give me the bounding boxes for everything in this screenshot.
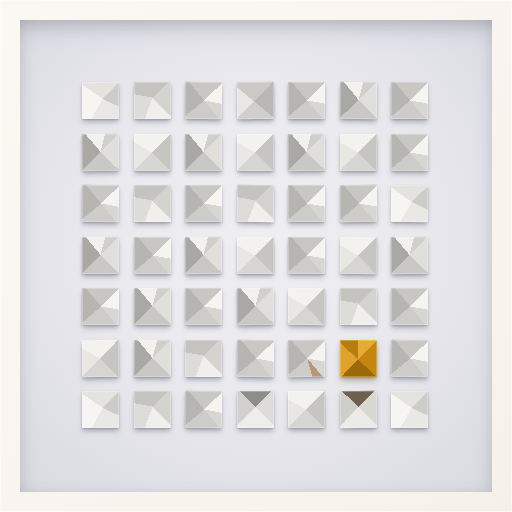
silver-stud-r7c1 [82, 391, 119, 428]
silver-stud-r2c6 [340, 134, 377, 171]
silver-stud-r7c5 [288, 391, 325, 428]
silver-stud-r2c2 [133, 133, 170, 170]
silver-stud-r1c5 [288, 82, 325, 119]
silver-stud-r7c4 [237, 391, 274, 428]
silver-stud-r5c1 [82, 288, 119, 325]
silver-stud-r6c4 [236, 339, 273, 376]
silver-stud-r3c2 [133, 185, 170, 222]
silver-stud-r3c5 [288, 185, 325, 222]
silver-stud-r6c5 [288, 339, 325, 376]
silver-stud-r5c5 [288, 288, 325, 325]
silver-stud-r2c1 [82, 133, 119, 170]
silver-stud-r6c3 [185, 340, 222, 377]
silver-stud-r7c2 [133, 391, 170, 428]
silver-stud-r4c6 [339, 236, 376, 273]
silver-stud-r5c7 [391, 288, 428, 325]
silver-stud-r1c6 [339, 82, 376, 119]
silver-stud-r7c3 [185, 391, 222, 428]
silver-stud-r6c2 [133, 339, 170, 376]
silver-stud-r4c4 [237, 237, 274, 274]
silver-stud-r2c5 [288, 133, 325, 170]
silver-stud-r4c3 [185, 236, 222, 273]
silver-stud-r3c7 [391, 185, 428, 222]
framed-artwork [0, 0, 512, 512]
silver-stud-r2c7 [391, 134, 428, 171]
silver-stud-r4c2 [133, 236, 170, 273]
silver-stud-r3c3 [185, 185, 222, 222]
silver-stud-r5c6 [340, 288, 377, 325]
stud-grid [82, 82, 428, 428]
silver-stud-r3c4 [236, 185, 273, 222]
silver-stud-r6c1 [82, 339, 119, 376]
silver-stud-r1c1 [82, 82, 119, 119]
silver-stud-r5c4 [236, 288, 273, 325]
silver-stud-r4c5 [288, 237, 325, 274]
silver-stud-r2c3 [185, 134, 222, 171]
silver-stud-r1c2 [133, 82, 170, 119]
silver-stud-r4c7 [391, 236, 428, 273]
silver-stud-r2c4 [237, 134, 274, 171]
silver-stud-r6c7 [391, 339, 428, 376]
silver-stud-r7c7 [391, 391, 428, 428]
gold-stud [340, 340, 377, 377]
silver-stud-r1c3 [185, 82, 222, 119]
silver-stud-r1c7 [391, 82, 428, 119]
silver-stud-r5c3 [185, 288, 222, 325]
silver-stud-r3c6 [339, 185, 376, 222]
silver-stud-r7c6 [339, 391, 376, 428]
silver-stud-r3c1 [82, 185, 119, 222]
mat-background [20, 20, 492, 492]
silver-stud-r1c4 [236, 82, 273, 119]
silver-stud-r5c2 [133, 288, 170, 325]
silver-stud-r4c1 [82, 237, 119, 274]
